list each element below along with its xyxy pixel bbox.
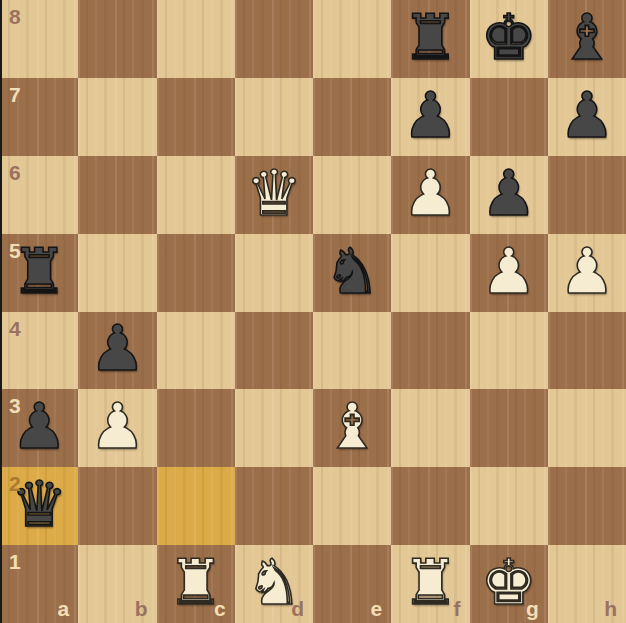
square-d8[interactable] <box>235 0 313 78</box>
black-king-icon[interactable]: ♚ <box>480 6 536 69</box>
square-d1[interactable]: d♞ <box>235 545 313 623</box>
square-d3[interactable] <box>235 389 313 467</box>
square-f1[interactable]: f♜ <box>391 545 469 623</box>
square-c1[interactable]: c♜ <box>157 545 235 623</box>
square-e7[interactable] <box>313 78 391 156</box>
square-e8[interactable] <box>313 0 391 78</box>
square-g6[interactable]: ♟ <box>470 156 548 234</box>
square-h3[interactable] <box>548 389 626 467</box>
square-h8[interactable]: ♝ <box>548 0 626 78</box>
square-f6[interactable]: ♟ <box>391 156 469 234</box>
square-e5[interactable]: ♞ <box>313 234 391 312</box>
square-g4[interactable] <box>470 312 548 390</box>
square-f4[interactable] <box>391 312 469 390</box>
black-rook-icon[interactable]: ♜ <box>11 240 67 303</box>
square-b8[interactable] <box>78 0 156 78</box>
black-queen-icon[interactable]: ♛ <box>11 473 67 536</box>
white-pawn-icon[interactable]: ♟ <box>402 162 458 225</box>
chess-board-panel: 8♜♚♝7♟♟6♛♟♟5♜♞♟♟4♟3♟♟♝2♛1abc♜d♞ef♜g♚h <box>0 0 626 623</box>
black-pawn-icon[interactable]: ♟ <box>559 84 615 147</box>
white-bishop-icon[interactable]: ♝ <box>324 395 380 458</box>
black-bishop-icon[interactable]: ♝ <box>559 6 615 69</box>
square-c7[interactable] <box>157 78 235 156</box>
square-b5[interactable] <box>78 234 156 312</box>
square-f5[interactable] <box>391 234 469 312</box>
square-d6[interactable]: ♛ <box>235 156 313 234</box>
black-rook-icon[interactable]: ♜ <box>402 6 458 69</box>
square-c4[interactable] <box>157 312 235 390</box>
square-e3[interactable]: ♝ <box>313 389 391 467</box>
square-d7[interactable] <box>235 78 313 156</box>
square-b1[interactable]: b <box>78 545 156 623</box>
square-g5[interactable]: ♟ <box>470 234 548 312</box>
square-c6[interactable] <box>157 156 235 234</box>
rank-label-8: 8 <box>9 6 21 27</box>
square-c5[interactable] <box>157 234 235 312</box>
square-g2[interactable] <box>470 467 548 545</box>
black-pawn-icon[interactable]: ♟ <box>89 317 145 380</box>
square-d5[interactable] <box>235 234 313 312</box>
file-label-a: a <box>58 598 70 619</box>
black-pawn-icon[interactable]: ♟ <box>11 395 67 458</box>
square-e1[interactable]: e <box>313 545 391 623</box>
white-queen-icon[interactable]: ♛ <box>246 162 302 225</box>
square-h1[interactable]: h <box>548 545 626 623</box>
square-h7[interactable]: ♟ <box>548 78 626 156</box>
white-knight-icon[interactable]: ♞ <box>246 551 302 614</box>
rank-label-1: 1 <box>9 551 21 572</box>
square-g7[interactable] <box>470 78 548 156</box>
square-b6[interactable] <box>78 156 156 234</box>
square-d4[interactable] <box>235 312 313 390</box>
square-e2[interactable] <box>313 467 391 545</box>
square-e4[interactable] <box>313 312 391 390</box>
square-b4[interactable]: ♟ <box>78 312 156 390</box>
white-king-icon[interactable]: ♚ <box>480 551 536 614</box>
board-left-edge <box>0 0 2 623</box>
black-pawn-icon[interactable]: ♟ <box>480 162 536 225</box>
square-e6[interactable] <box>313 156 391 234</box>
square-f8[interactable]: ♜ <box>391 0 469 78</box>
square-a8[interactable]: 8 <box>0 0 78 78</box>
square-c8[interactable] <box>157 0 235 78</box>
white-pawn-icon[interactable]: ♟ <box>480 240 536 303</box>
square-b7[interactable] <box>78 78 156 156</box>
square-b2[interactable] <box>78 467 156 545</box>
square-a4[interactable]: 4 <box>0 312 78 390</box>
square-a6[interactable]: 6 <box>0 156 78 234</box>
white-pawn-icon[interactable]: ♟ <box>559 240 615 303</box>
square-g3[interactable] <box>470 389 548 467</box>
white-rook-icon[interactable]: ♜ <box>167 551 223 614</box>
square-a7[interactable]: 7 <box>0 78 78 156</box>
black-pawn-icon[interactable]: ♟ <box>402 84 458 147</box>
rank-label-6: 6 <box>9 162 21 183</box>
file-label-h: h <box>604 598 617 619</box>
square-g1[interactable]: g♚ <box>470 545 548 623</box>
square-g8[interactable]: ♚ <box>470 0 548 78</box>
square-a1[interactable]: 1a <box>0 545 78 623</box>
square-a2[interactable]: 2♛ <box>0 467 78 545</box>
square-b3[interactable]: ♟ <box>78 389 156 467</box>
white-rook-icon[interactable]: ♜ <box>402 551 458 614</box>
file-label-b: b <box>135 598 148 619</box>
square-c3[interactable] <box>157 389 235 467</box>
square-f3[interactable] <box>391 389 469 467</box>
square-f2[interactable] <box>391 467 469 545</box>
white-pawn-icon[interactable]: ♟ <box>89 395 145 458</box>
square-a5[interactable]: 5♜ <box>0 234 78 312</box>
square-d2[interactable] <box>235 467 313 545</box>
square-h4[interactable] <box>548 312 626 390</box>
square-h6[interactable] <box>548 156 626 234</box>
rank-label-4: 4 <box>9 318 21 339</box>
square-h2[interactable] <box>548 467 626 545</box>
file-label-e: e <box>371 598 383 619</box>
square-c2[interactable] <box>157 467 235 545</box>
square-h5[interactable]: ♟ <box>548 234 626 312</box>
black-knight-icon[interactable]: ♞ <box>324 240 380 303</box>
square-f7[interactable]: ♟ <box>391 78 469 156</box>
chess-board: 8♜♚♝7♟♟6♛♟♟5♜♞♟♟4♟3♟♟♝2♛1abc♜d♞ef♜g♚h <box>0 0 626 623</box>
square-a3[interactable]: 3♟ <box>0 389 78 467</box>
rank-label-7: 7 <box>9 84 21 105</box>
